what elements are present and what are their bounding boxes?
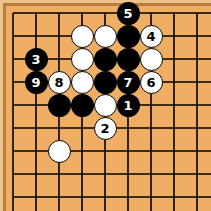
stone-black-move-5: 5 — [117, 2, 140, 25]
stone-black-move-1: 1 — [117, 94, 140, 117]
stone-white — [94, 94, 117, 117]
stone-black — [48, 94, 71, 117]
stone-black — [94, 71, 117, 94]
stone-black-move-7: 7 — [117, 71, 140, 94]
stone-black-move-9: 9 — [25, 71, 48, 94]
stones-layer: 543987612 — [0, 0, 211, 211]
stone-black — [117, 25, 140, 48]
stone-white — [71, 25, 94, 48]
stone-white-move-4: 4 — [140, 25, 163, 48]
stone-white — [140, 48, 163, 71]
stone-white — [71, 48, 94, 71]
stone-black — [117, 48, 140, 71]
stone-black — [71, 94, 94, 117]
stone-white — [94, 25, 117, 48]
stone-black-move-3: 3 — [25, 48, 48, 71]
stone-white — [48, 140, 71, 163]
go-board: 543987612 — [0, 0, 211, 211]
stone-white-move-6: 6 — [140, 71, 163, 94]
stone-white — [71, 71, 94, 94]
stone-black — [94, 48, 117, 71]
stone-white-move-2: 2 — [94, 117, 117, 140]
stone-white-move-8: 8 — [48, 71, 71, 94]
